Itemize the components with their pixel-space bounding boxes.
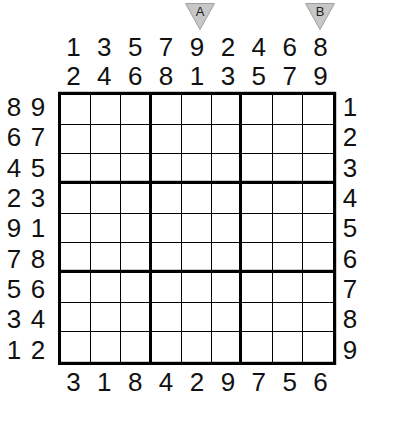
grid-cell-r9c9[interactable]	[303, 332, 333, 362]
left-outer-clue-r7: 5	[2, 274, 26, 304]
grid-cell-r5c7[interactable]	[242, 214, 272, 244]
grid-cell-r7c6[interactable]	[212, 273, 242, 303]
grid-cell-r2c3[interactable]	[121, 125, 151, 155]
grid-cell-r3c1[interactable]	[61, 154, 91, 184]
left-inner-clue-r4: 3	[26, 183, 50, 213]
left-outer-clue-r2: 6	[2, 122, 26, 152]
top2-clue-c8: 7	[274, 63, 305, 89]
right-clue-r9: 9	[338, 335, 362, 365]
grid-cell-r1c6[interactable]	[212, 95, 242, 125]
left-outer-clue-r6: 7	[2, 244, 26, 274]
top1-clue-c1: 1	[58, 34, 89, 60]
left-inner-clue-r5: 1	[26, 213, 50, 243]
grid-cell-r1c8[interactable]	[273, 95, 303, 125]
bottom-clue-c6: 9	[212, 369, 243, 395]
grid-cell-r3c5[interactable]	[182, 154, 212, 184]
grid-cell-r5c9[interactable]	[303, 214, 333, 244]
bottom-clues: 3 1 8 4 2 9 7 5 6	[58, 369, 336, 395]
bottom-clue-c8: 5	[274, 369, 305, 395]
left-outer-clue-r1: 8	[2, 92, 26, 122]
grid-cell-r6c6[interactable]	[212, 243, 242, 273]
top-clues-row-2: 2 4 6 8 1 3 5 7 9	[58, 63, 336, 89]
grid-cell-r1c5[interactable]	[182, 95, 212, 125]
bottom-clue-c3: 8	[120, 369, 151, 395]
grid-cell-r6c2[interactable]	[91, 243, 121, 273]
left-outer-clue-r5: 9	[2, 213, 26, 243]
grid-cell-r8c1[interactable]	[61, 303, 91, 333]
grid-cell-r2c4[interactable]	[152, 125, 182, 155]
grid-cell-r3c7[interactable]	[242, 154, 272, 184]
grid-cell-r8c6[interactable]	[212, 303, 242, 333]
left-clues-inner: 9 7 5 3 1 8 6 4 2	[26, 92, 50, 365]
grid-cell-r9c6[interactable]	[212, 332, 242, 362]
top2-clue-c9: 9	[305, 63, 336, 89]
grid-cell-r8c7[interactable]	[242, 303, 272, 333]
grid-cell-r5c1[interactable]	[61, 214, 91, 244]
right-clue-r2: 2	[338, 122, 362, 152]
top2-clue-c5: 1	[182, 63, 213, 89]
grid-cell-r5c2[interactable]	[91, 214, 121, 244]
grid-cell-r8c2[interactable]	[91, 303, 121, 333]
grid-cell-r6c9[interactable]	[303, 243, 333, 273]
top2-clue-c7: 5	[243, 63, 274, 89]
grid-cell-r6c8[interactable]	[273, 243, 303, 273]
grid-cell-r2c9[interactable]	[303, 125, 333, 155]
right-clue-r6: 6	[338, 244, 362, 274]
grid-cell-r2c7[interactable]	[242, 125, 272, 155]
grid-cell-r9c2[interactable]	[91, 332, 121, 362]
top1-clue-c9: 8	[305, 34, 336, 60]
top1-clue-c4: 7	[151, 34, 182, 60]
grid-cell-r3c2[interactable]	[91, 154, 121, 184]
marker-triangle-b: B	[305, 3, 335, 30]
grid-cell-r9c5[interactable]	[182, 332, 212, 362]
left-outer-clue-r4: 2	[2, 183, 26, 213]
bottom-clue-c2: 1	[89, 369, 120, 395]
left-inner-clue-r7: 6	[26, 274, 50, 304]
grid-cell-r2c6[interactable]	[212, 125, 242, 155]
grid-cell-r1c4[interactable]	[152, 95, 182, 125]
grid-cell-r1c7[interactable]	[242, 95, 272, 125]
left-outer-clue-r3: 4	[2, 153, 26, 183]
grid-cell-r3c9[interactable]	[303, 154, 333, 184]
bottom-clue-c9: 6	[305, 369, 336, 395]
grid-cell-r7c5[interactable]	[182, 273, 212, 303]
grid-cell-r5c8[interactable]	[273, 214, 303, 244]
top1-clue-c6: 2	[212, 34, 243, 60]
grid-cell-r4c8[interactable]	[273, 184, 303, 214]
grid-cell-r4c6[interactable]	[212, 184, 242, 214]
grid-cell-r7c4[interactable]	[152, 273, 182, 303]
top2-clue-c3: 6	[120, 63, 151, 89]
right-clue-r5: 5	[338, 213, 362, 243]
grid-cell-r4c1[interactable]	[61, 184, 91, 214]
grid-cell-r6c1[interactable]	[61, 243, 91, 273]
top2-clue-c1: 2	[58, 63, 89, 89]
marker-a-label: A	[185, 5, 215, 18]
top2-clue-c4: 8	[151, 63, 182, 89]
left-clues-outer: 8 6 4 2 9 7 5 3 1	[2, 92, 26, 365]
grid-cell-r4c5[interactable]	[182, 184, 212, 214]
grid-cell-r6c5[interactable]	[182, 243, 212, 273]
top1-clue-c3: 5	[120, 34, 151, 60]
grid-cell-r4c7[interactable]	[242, 184, 272, 214]
grid-cell-r3c4[interactable]	[152, 154, 182, 184]
top1-clue-c8: 6	[274, 34, 305, 60]
grid-cell-r3c6[interactable]	[212, 154, 242, 184]
top-clues-row-1: 1 3 5 7 9 2 4 6 8	[58, 34, 336, 60]
left-outer-clue-r9: 1	[2, 335, 26, 365]
grid-cell-r4c4[interactable]	[152, 184, 182, 214]
grid-cell-r7c8[interactable]	[273, 273, 303, 303]
right-clue-r4: 4	[338, 183, 362, 213]
grid-cell-r7c1[interactable]	[61, 273, 91, 303]
grid-cell-r5c5[interactable]	[182, 214, 212, 244]
left-inner-clue-r3: 5	[26, 153, 50, 183]
puzzle-page: A B 1 3 5 7 9 2 4 6 8 2 4 6 8 1 3 5 7 9 …	[0, 0, 394, 424]
sudoku-grid	[58, 92, 336, 365]
grid-cell-r9c8[interactable]	[273, 332, 303, 362]
grid-cell-r2c8[interactable]	[273, 125, 303, 155]
grid-cell-r3c3[interactable]	[121, 154, 151, 184]
grid-cell-r5c6[interactable]	[212, 214, 242, 244]
grid-cell-r8c8[interactable]	[273, 303, 303, 333]
left-inner-clue-r9: 2	[26, 335, 50, 365]
grid-cell-r6c7[interactable]	[242, 243, 272, 273]
marker-triangle-a: A	[185, 3, 215, 30]
grid-cell-r4c9[interactable]	[303, 184, 333, 214]
grid-cell-r9c3[interactable]	[121, 332, 151, 362]
bottom-clue-c1: 3	[58, 369, 89, 395]
grid-cell-r7c2[interactable]	[91, 273, 121, 303]
right-clue-r3: 3	[338, 153, 362, 183]
grid-cell-r1c9[interactable]	[303, 95, 333, 125]
top1-clue-c2: 3	[89, 34, 120, 60]
grid-cell-r2c2[interactable]	[91, 125, 121, 155]
grid-cell-r2c5[interactable]	[182, 125, 212, 155]
grid-cell-r4c2[interactable]	[91, 184, 121, 214]
grid-cell-r1c3[interactable]	[121, 95, 151, 125]
grid-cell-r7c3[interactable]	[121, 273, 151, 303]
grid-cell-r8c4[interactable]	[152, 303, 182, 333]
grid-cell-r6c4[interactable]	[152, 243, 182, 273]
grid-cell-r4c3[interactable]	[121, 184, 151, 214]
bottom-clue-c4: 4	[151, 369, 182, 395]
grid-cell-r8c3[interactable]	[121, 303, 151, 333]
grid-cell-r9c1[interactable]	[61, 332, 91, 362]
grid-cell-r7c7[interactable]	[242, 273, 272, 303]
right-clue-r8: 8	[338, 304, 362, 334]
grid-cell-r5c4[interactable]	[152, 214, 182, 244]
left-inner-clue-r2: 7	[26, 122, 50, 152]
grid-cell-r9c4[interactable]	[152, 332, 182, 362]
top2-clue-c2: 4	[89, 63, 120, 89]
bottom-clue-c7: 7	[243, 369, 274, 395]
bottom-clue-c5: 2	[182, 369, 213, 395]
marker-b-label: B	[305, 5, 335, 18]
right-clue-r1: 1	[338, 92, 362, 122]
left-inner-clue-r8: 4	[26, 304, 50, 334]
grid-cell-r5c3[interactable]	[121, 214, 151, 244]
grid-cell-r3c8[interactable]	[273, 154, 303, 184]
grid-cell-r8c5[interactable]	[182, 303, 212, 333]
grid-cell-r2c1[interactable]	[61, 125, 91, 155]
grid-cell-r1c1[interactable]	[61, 95, 91, 125]
right-clue-r7: 7	[338, 274, 362, 304]
right-clues: 1 2 3 4 5 6 7 8 9	[338, 92, 362, 365]
grid-cell-r6c3[interactable]	[121, 243, 151, 273]
top1-clue-c5: 9	[182, 34, 213, 60]
top1-clue-c7: 4	[243, 34, 274, 60]
top2-clue-c6: 3	[212, 63, 243, 89]
grid-cell-r8c9[interactable]	[303, 303, 333, 333]
grid-cell-r7c9[interactable]	[303, 273, 333, 303]
left-inner-clue-r6: 8	[26, 244, 50, 274]
left-inner-clue-r1: 9	[26, 92, 50, 122]
grid-cell-r9c7[interactable]	[242, 332, 272, 362]
left-outer-clue-r8: 3	[2, 304, 26, 334]
grid-cell-r1c2[interactable]	[91, 95, 121, 125]
